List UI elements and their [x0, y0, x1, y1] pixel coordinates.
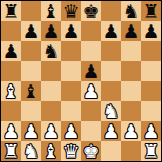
white-pawn-piece: ♟	[82, 81, 99, 101]
square-h5[interactable]	[141, 61, 161, 81]
square-g2[interactable]: ♟	[121, 121, 141, 141]
white-knight-piece: ♞	[102, 101, 119, 121]
square-c4[interactable]	[41, 81, 61, 101]
black-pawn-piece: ♟	[102, 21, 119, 41]
square-g7[interactable]: ♟	[121, 21, 141, 41]
black-king-piece: ♚	[82, 1, 99, 21]
square-f6[interactable]	[101, 41, 121, 61]
square-b7[interactable]: ♟	[21, 21, 41, 41]
white-pawn-piece: ♟	[102, 121, 119, 141]
white-bishop-piece: ♝	[42, 141, 59, 161]
square-a2[interactable]: ♟	[1, 121, 21, 141]
white-queen-piece: ♛	[62, 141, 79, 161]
square-h1[interactable]: ♜	[141, 141, 161, 161]
square-h2[interactable]: ♟	[141, 121, 161, 141]
square-e7[interactable]	[81, 21, 101, 41]
square-h3[interactable]	[141, 101, 161, 121]
square-a4[interactable]: ♝	[1, 81, 21, 101]
square-d2[interactable]: ♟	[61, 121, 81, 141]
square-d1[interactable]: ♛	[61, 141, 81, 161]
white-king-piece: ♚	[82, 141, 99, 161]
square-f3[interactable]: ♞	[101, 101, 121, 121]
square-e4[interactable]: ♟	[81, 81, 101, 101]
square-a3[interactable]	[1, 101, 21, 121]
square-d8[interactable]: ♛	[61, 1, 81, 21]
white-pawn-piece: ♟	[122, 121, 139, 141]
square-g6[interactable]	[121, 41, 141, 61]
square-c1[interactable]: ♝	[41, 141, 61, 161]
square-c5[interactable]	[41, 61, 61, 81]
square-e5[interactable]: ♟	[81, 61, 101, 81]
square-f2[interactable]: ♟	[101, 121, 121, 141]
black-queen-piece: ♛	[62, 1, 79, 21]
square-e1[interactable]: ♚	[81, 141, 101, 161]
square-b8[interactable]	[21, 1, 41, 21]
square-d3[interactable]	[61, 101, 81, 121]
square-g1[interactable]	[121, 141, 141, 161]
square-e6[interactable]	[81, 41, 101, 61]
square-b1[interactable]: ♞	[21, 141, 41, 161]
black-pawn-piece: ♟	[62, 21, 79, 41]
square-c3[interactable]	[41, 101, 61, 121]
square-c7[interactable]: ♟	[41, 21, 61, 41]
square-e2[interactable]	[81, 121, 101, 141]
square-h7[interactable]: ♟	[141, 21, 161, 41]
black-rook-piece: ♜	[142, 1, 159, 21]
square-d4[interactable]	[61, 81, 81, 101]
square-h4[interactable]	[141, 81, 161, 101]
square-g8[interactable]: ♞	[121, 1, 141, 21]
white-pawn-piece: ♟	[2, 121, 19, 141]
white-knight-piece: ♞	[22, 141, 39, 161]
square-h6[interactable]	[141, 41, 161, 61]
square-e8[interactable]: ♚	[81, 1, 101, 21]
square-a8[interactable]: ♜	[1, 1, 21, 21]
black-pawn-piece: ♟	[142, 21, 159, 41]
square-b3[interactable]	[21, 101, 41, 121]
square-b4[interactable]: ♝	[21, 81, 41, 101]
square-g4[interactable]	[121, 81, 141, 101]
square-f1[interactable]	[101, 141, 121, 161]
white-bishop-piece: ♝	[2, 81, 19, 101]
board-frame: ♜♝♛♚♞♜♟♟♟♟♟♟♟♞♟♝♝♟♞♟♟♟♟♟♟♟♜♞♝♛♚♜	[0, 0, 162, 162]
square-e3[interactable]	[81, 101, 101, 121]
white-pawn-piece: ♟	[62, 121, 79, 141]
black-knight-piece: ♞	[122, 1, 139, 21]
square-c8[interactable]: ♝	[41, 1, 61, 21]
square-d7[interactable]: ♟	[61, 21, 81, 41]
black-pawn-piece: ♟	[22, 21, 39, 41]
square-f4[interactable]	[101, 81, 121, 101]
white-pawn-piece: ♟	[42, 121, 59, 141]
square-b2[interactable]: ♟	[21, 121, 41, 141]
square-f8[interactable]	[101, 1, 121, 21]
square-a7[interactable]	[1, 21, 21, 41]
square-b5[interactable]	[21, 61, 41, 81]
black-rook-piece: ♜	[2, 1, 19, 21]
black-bishop-piece: ♝	[42, 1, 59, 21]
square-a1[interactable]: ♜	[1, 141, 21, 161]
square-a5[interactable]	[1, 61, 21, 81]
white-pawn-piece: ♟	[142, 121, 159, 141]
white-rook-piece: ♜	[142, 141, 159, 161]
square-c6[interactable]: ♞	[41, 41, 61, 61]
square-d5[interactable]	[61, 61, 81, 81]
square-h8[interactable]: ♜	[141, 1, 161, 21]
white-pawn-piece: ♟	[22, 121, 39, 141]
black-pawn-piece: ♟	[82, 61, 99, 81]
black-pawn-piece: ♟	[2, 41, 19, 61]
black-pawn-piece: ♟	[122, 21, 139, 41]
white-rook-piece: ♜	[2, 141, 19, 161]
square-g3[interactable]	[121, 101, 141, 121]
square-f5[interactable]	[101, 61, 121, 81]
chess-board: ♜♝♛♚♞♜♟♟♟♟♟♟♟♞♟♝♝♟♞♟♟♟♟♟♟♟♜♞♝♛♚♜	[1, 1, 161, 161]
square-c2[interactable]: ♟	[41, 121, 61, 141]
square-a6[interactable]: ♟	[1, 41, 21, 61]
black-knight-piece: ♞	[42, 41, 59, 61]
black-bishop-piece: ♝	[22, 81, 39, 101]
square-d6[interactable]	[61, 41, 81, 61]
square-g5[interactable]	[121, 61, 141, 81]
black-pawn-piece: ♟	[42, 21, 59, 41]
square-b6[interactable]	[21, 41, 41, 61]
square-f7[interactable]: ♟	[101, 21, 121, 41]
